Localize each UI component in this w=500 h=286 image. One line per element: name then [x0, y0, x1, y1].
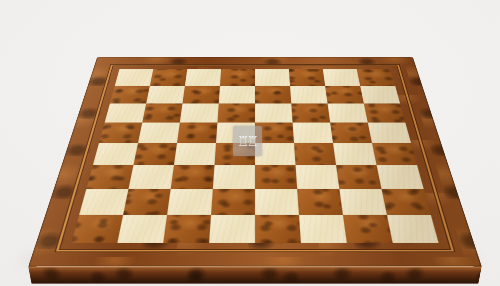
square-c7	[182, 86, 219, 104]
square-b7	[146, 86, 185, 104]
square-h1	[387, 215, 439, 243]
square-b8	[150, 69, 187, 86]
square-g7	[325, 86, 364, 104]
square-c3	[171, 165, 215, 189]
square-e1	[255, 215, 301, 243]
square-f7	[290, 86, 327, 104]
square-h6	[364, 103, 406, 122]
square-c5	[177, 123, 217, 143]
square-h4	[372, 143, 417, 165]
square-a6	[105, 103, 147, 122]
square-f1	[299, 215, 347, 243]
board-grid	[71, 69, 438, 243]
square-h8	[357, 69, 395, 86]
square-g3	[336, 165, 381, 189]
board-top-face	[28, 57, 481, 266]
square-a3	[86, 165, 133, 189]
photo-watermark: ♖♖	[233, 126, 262, 156]
square-e8	[255, 69, 290, 86]
square-a2	[79, 189, 128, 215]
square-e3	[255, 165, 297, 189]
square-a7	[110, 86, 150, 104]
square-c2	[167, 189, 213, 215]
square-d7	[219, 86, 255, 104]
square-b5	[138, 123, 180, 143]
product-photo: ♖♖	[0, 0, 500, 286]
square-d6	[217, 103, 255, 122]
square-g4	[333, 143, 377, 165]
square-b3	[128, 165, 173, 189]
square-c6	[180, 103, 219, 122]
chess-board	[28, 57, 481, 266]
square-b4	[133, 143, 177, 165]
square-f2	[297, 189, 343, 215]
square-c4	[174, 143, 216, 165]
square-f3	[296, 165, 340, 189]
square-h2	[382, 189, 431, 215]
square-c1	[163, 215, 211, 243]
square-b2	[123, 189, 171, 215]
square-h5	[368, 123, 411, 143]
square-f8	[289, 69, 325, 86]
square-e2	[255, 189, 299, 215]
watermark-chess-pieces-icon: ♖♖	[237, 134, 256, 148]
board-front-edge	[28, 266, 481, 283]
square-d3	[213, 165, 255, 189]
square-g5	[330, 123, 372, 143]
square-c8	[185, 69, 221, 86]
square-g1	[343, 215, 393, 243]
square-e7	[255, 86, 291, 104]
square-a8	[115, 69, 153, 86]
square-b1	[117, 215, 167, 243]
square-e6	[255, 103, 293, 122]
square-d1	[209, 215, 255, 243]
square-f5	[293, 123, 333, 143]
square-b6	[142, 103, 182, 122]
square-f4	[294, 143, 336, 165]
square-d8	[220, 69, 255, 86]
square-f6	[291, 103, 330, 122]
square-d2	[211, 189, 255, 215]
square-h3	[377, 165, 424, 189]
square-a5	[99, 123, 142, 143]
square-a4	[93, 143, 138, 165]
square-g8	[323, 69, 360, 86]
square-g6	[328, 103, 368, 122]
square-g2	[339, 189, 387, 215]
square-h7	[360, 86, 400, 104]
square-a1	[71, 215, 123, 243]
